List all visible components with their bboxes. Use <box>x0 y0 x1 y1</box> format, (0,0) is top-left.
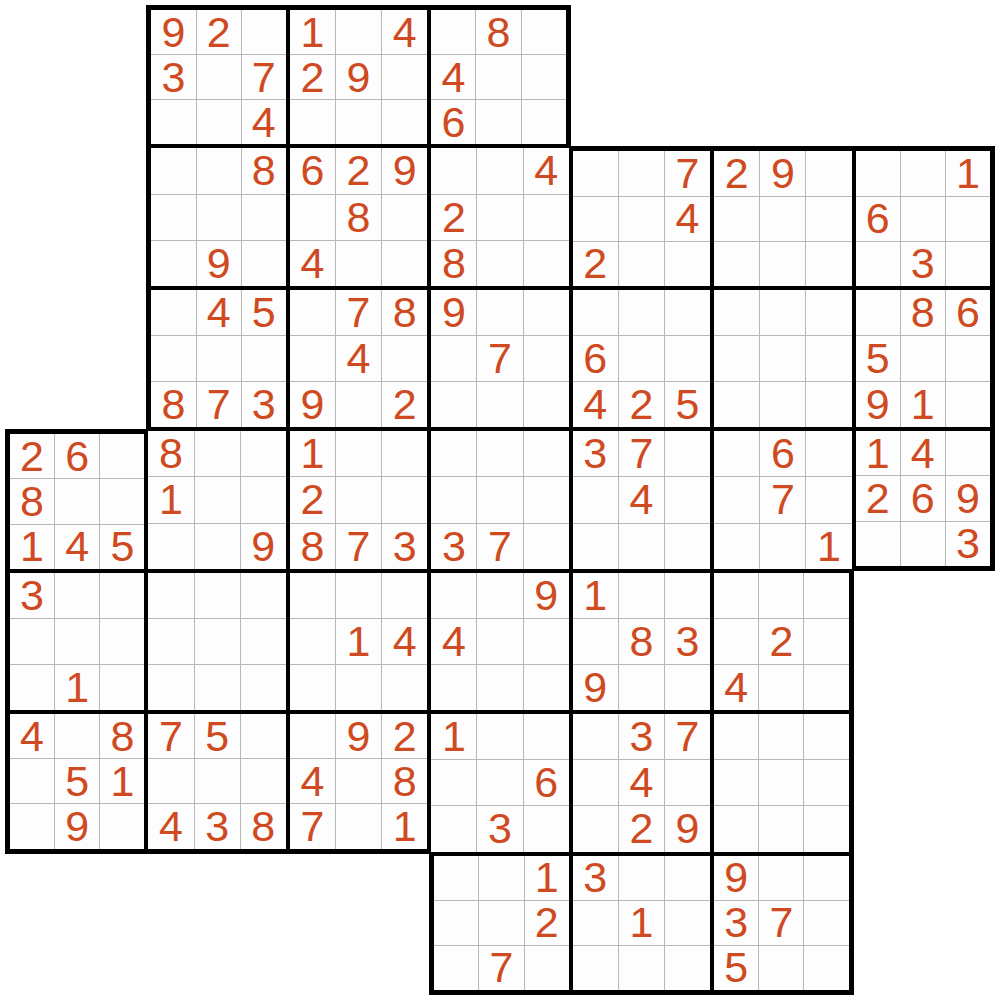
cell-r14c16[interactable] <box>759 665 803 710</box>
cell-r12c1[interactable] <box>55 573 99 618</box>
cell-r20c16[interactable] <box>759 946 803 990</box>
cell-r12c3[interactable] <box>148 573 193 618</box>
cell-r6c5[interactable]: 5 <box>242 290 286 335</box>
cell-r8c3[interactable]: 8 <box>151 382 195 427</box>
cell-r2c5[interactable]: 4 <box>242 100 286 144</box>
cell-r19c14[interactable] <box>665 901 710 945</box>
cell-r13c14[interactable]: 3 <box>665 619 710 664</box>
cell-r5c5[interactable] <box>242 241 286 286</box>
cell-r10c2[interactable] <box>100 479 144 523</box>
cell-r20c14[interactable] <box>665 946 710 990</box>
cell-r1c4[interactable] <box>197 55 241 99</box>
cell-r11c10[interactable]: 7 <box>477 524 522 569</box>
cell-r4c4[interactable] <box>197 195 241 240</box>
cell-r19c16[interactable]: 7 <box>759 901 803 945</box>
cell-r16c0[interactable] <box>10 759 54 803</box>
cell-r7c3[interactable] <box>151 336 195 381</box>
cell-r17c17[interactable] <box>804 806 848 851</box>
cell-r7c19[interactable] <box>901 336 945 381</box>
cell-r17c8[interactable]: 1 <box>382 804 427 848</box>
cell-r20c13[interactable] <box>619 946 664 990</box>
cell-r0c4[interactable]: 2 <box>197 10 241 54</box>
cell-r14c0[interactable] <box>10 665 54 710</box>
cell-r13c4[interactable] <box>195 619 240 664</box>
cell-r18c11[interactable]: 1 <box>525 856 569 900</box>
cell-r15c6[interactable] <box>290 714 335 758</box>
cell-r6c13[interactable] <box>619 290 664 335</box>
cell-r19c10[interactable] <box>479 901 523 945</box>
cell-r6c18[interactable] <box>856 290 900 335</box>
cell-r12c0[interactable]: 3 <box>10 573 54 618</box>
cell-r10c12[interactable] <box>573 477 618 522</box>
cell-r13c2[interactable] <box>100 619 144 664</box>
cell-r16c14[interactable] <box>665 760 710 805</box>
cell-r10c11[interactable] <box>524 477 569 522</box>
cell-r14c5[interactable] <box>241 665 286 710</box>
cell-r17c6[interactable]: 7 <box>290 804 335 848</box>
cell-r13c11[interactable] <box>524 619 569 664</box>
cell-r9c4[interactable] <box>195 431 240 476</box>
cell-r19c11[interactable]: 2 <box>525 901 569 945</box>
cell-r15c15[interactable] <box>714 714 758 759</box>
cell-r0c7[interactable] <box>336 10 381 54</box>
cell-r4c12[interactable] <box>573 197 618 241</box>
cell-r3c18[interactable] <box>856 151 900 195</box>
cell-r15c10[interactable] <box>477 714 522 759</box>
cell-r20c10[interactable]: 7 <box>479 946 523 990</box>
cell-r4c15[interactable] <box>714 197 759 241</box>
cell-r13c7[interactable]: 1 <box>336 619 381 664</box>
cell-r5c3[interactable] <box>151 241 195 286</box>
cell-r0c8[interactable]: 4 <box>382 10 427 54</box>
cell-r3c15[interactable]: 2 <box>714 151 759 195</box>
cell-r6c10[interactable] <box>477 290 522 335</box>
cell-r9c11[interactable] <box>524 431 569 476</box>
cell-r5c14[interactable] <box>665 242 710 286</box>
cell-r15c5[interactable] <box>241 714 286 758</box>
cell-r3c3[interactable] <box>151 148 195 193</box>
cell-r14c3[interactable] <box>148 665 193 710</box>
cell-r3c9[interactable] <box>431 148 476 193</box>
cell-r18c13[interactable] <box>619 856 664 900</box>
cell-r3c10[interactable] <box>477 148 522 193</box>
cell-r16c17[interactable] <box>804 760 848 805</box>
cell-r10c1[interactable] <box>55 479 99 523</box>
cell-r2c11[interactable] <box>522 100 566 144</box>
cell-r8c14[interactable]: 5 <box>665 382 710 427</box>
cell-r17c1[interactable]: 9 <box>55 804 99 848</box>
cell-r8c13[interactable]: 2 <box>619 382 664 427</box>
cell-r9c7[interactable] <box>336 431 381 476</box>
cell-r18c10[interactable] <box>479 856 523 900</box>
cell-r19c13[interactable]: 1 <box>619 901 664 945</box>
cell-r5c17[interactable] <box>806 242 851 286</box>
cell-r10c4[interactable] <box>195 477 240 522</box>
cell-r6c6[interactable] <box>290 290 335 335</box>
cell-r13c17[interactable] <box>804 619 848 664</box>
cell-r1c8[interactable] <box>382 55 427 99</box>
cell-r5c11[interactable] <box>524 241 569 286</box>
cell-r10c0[interactable]: 8 <box>10 479 54 523</box>
cell-r11c3[interactable] <box>148 524 193 569</box>
cell-r18c15[interactable]: 9 <box>714 856 758 900</box>
cell-r14c15[interactable]: 4 <box>714 665 758 710</box>
cell-r6c19[interactable]: 8 <box>901 290 945 335</box>
cell-r8c16[interactable] <box>760 382 805 427</box>
cell-r11c17[interactable]: 1 <box>806 524 851 569</box>
cell-r11c14[interactable] <box>665 524 710 569</box>
cell-r17c15[interactable] <box>714 806 758 851</box>
cell-r18c14[interactable] <box>665 856 710 900</box>
cell-r8c6[interactable]: 9 <box>290 382 335 427</box>
cell-r5c12[interactable]: 2 <box>573 242 618 286</box>
cell-r10c20[interactable]: 9 <box>946 476 990 520</box>
cell-r1c3[interactable]: 3 <box>151 55 195 99</box>
cell-r14c9[interactable] <box>431 665 476 710</box>
cell-r15c4[interactable]: 5 <box>195 714 240 758</box>
cell-r15c11[interactable] <box>524 714 569 759</box>
cell-r14c4[interactable] <box>195 665 240 710</box>
cell-r3c8[interactable]: 9 <box>382 148 427 193</box>
cell-r13c12[interactable] <box>573 619 618 664</box>
cell-r15c14[interactable]: 7 <box>665 714 710 759</box>
cell-r6c15[interactable] <box>714 290 759 335</box>
cell-r13c16[interactable]: 2 <box>759 619 803 664</box>
cell-r9c16[interactable]: 6 <box>760 431 805 476</box>
cell-r15c12[interactable] <box>573 714 618 759</box>
cell-r15c0[interactable]: 4 <box>10 714 54 758</box>
cell-r11c6[interactable]: 8 <box>290 524 335 569</box>
cell-r2c8[interactable] <box>382 100 427 144</box>
cell-r0c11[interactable] <box>522 10 566 54</box>
cell-r17c5[interactable]: 8 <box>241 804 286 848</box>
cell-r2c9[interactable]: 6 <box>431 100 475 144</box>
cell-r14c10[interactable] <box>477 665 522 710</box>
cell-r8c18[interactable]: 9 <box>856 382 900 427</box>
cell-r8c5[interactable]: 3 <box>242 382 286 427</box>
cell-r8c15[interactable] <box>714 382 759 427</box>
cell-r8c20[interactable] <box>946 382 990 427</box>
cell-r8c7[interactable] <box>336 382 381 427</box>
cell-r9c15[interactable] <box>714 431 759 476</box>
cell-r4c3[interactable] <box>151 195 195 240</box>
cell-r7c18[interactable]: 5 <box>856 336 900 381</box>
cell-r4c8[interactable] <box>382 195 427 240</box>
cell-r16c1[interactable]: 5 <box>55 759 99 803</box>
cell-r3c4[interactable] <box>197 148 241 193</box>
cell-r10c13[interactable]: 4 <box>619 477 664 522</box>
cell-r10c3[interactable]: 1 <box>148 477 193 522</box>
cell-r16c2[interactable]: 1 <box>100 759 144 803</box>
cell-r4c16[interactable] <box>760 197 805 241</box>
cell-r10c6[interactable]: 2 <box>290 477 335 522</box>
cell-r17c13[interactable]: 2 <box>619 806 664 851</box>
cell-r14c1[interactable]: 1 <box>55 665 99 710</box>
cell-r8c12[interactable]: 4 <box>573 382 618 427</box>
cell-r13c1[interactable] <box>55 619 99 664</box>
cell-r7c20[interactable] <box>946 336 990 381</box>
cell-r3c12[interactable] <box>573 151 618 195</box>
cell-r5c15[interactable] <box>714 242 759 286</box>
cell-r6c9[interactable]: 9 <box>431 290 476 335</box>
cell-r10c15[interactable] <box>714 477 759 522</box>
cell-r8c19[interactable]: 1 <box>901 382 945 427</box>
cell-r16c13[interactable]: 4 <box>619 760 664 805</box>
cell-r9c2[interactable] <box>100 434 144 478</box>
cell-r3c6[interactable]: 6 <box>290 148 335 193</box>
cell-r6c16[interactable] <box>760 290 805 335</box>
cell-r2c10[interactable] <box>476 100 520 144</box>
cell-r0c9[interactable] <box>431 10 475 54</box>
cell-r7c14[interactable] <box>665 336 710 381</box>
cell-r5c7[interactable] <box>336 241 381 286</box>
cell-r17c0[interactable] <box>10 804 54 848</box>
cell-r0c6[interactable]: 1 <box>290 10 335 54</box>
cell-r1c10[interactable] <box>476 55 520 99</box>
cell-r6c3[interactable] <box>151 290 195 335</box>
cell-r16c8[interactable]: 8 <box>382 759 427 803</box>
cell-r3c13[interactable] <box>619 151 664 195</box>
cell-r9c8[interactable] <box>382 431 427 476</box>
cell-r18c17[interactable] <box>804 856 848 900</box>
cell-r11c8[interactable]: 3 <box>382 524 427 569</box>
cell-r6c11[interactable] <box>524 290 569 335</box>
cell-r12c12[interactable]: 1 <box>573 573 618 618</box>
cell-r3c7[interactable]: 2 <box>336 148 381 193</box>
cell-r3c20[interactable]: 1 <box>946 151 990 195</box>
cell-r3c5[interactable]: 8 <box>242 148 286 193</box>
cell-r4c19[interactable] <box>901 197 945 241</box>
cell-r15c17[interactable] <box>804 714 848 759</box>
cell-r15c13[interactable]: 3 <box>619 714 664 759</box>
cell-r4c17[interactable] <box>806 197 851 241</box>
cell-r7c7[interactable]: 4 <box>336 336 381 381</box>
cell-r14c2[interactable] <box>100 665 144 710</box>
cell-r14c6[interactable] <box>290 665 335 710</box>
cell-r8c17[interactable] <box>806 382 851 427</box>
cell-r9c5[interactable] <box>241 431 286 476</box>
cell-r14c7[interactable] <box>336 665 381 710</box>
cell-r19c12[interactable] <box>573 901 618 945</box>
cell-r3c17[interactable] <box>806 151 851 195</box>
cell-r8c9[interactable] <box>431 382 476 427</box>
cell-r20c15[interactable]: 5 <box>714 946 758 990</box>
cell-r3c16[interactable]: 9 <box>760 151 805 195</box>
cell-r7c10[interactable]: 7 <box>477 336 522 381</box>
cell-r6c12[interactable] <box>573 290 618 335</box>
cell-r11c5[interactable]: 9 <box>241 524 286 569</box>
cell-r16c9[interactable] <box>431 760 476 805</box>
cell-r0c3[interactable]: 9 <box>151 10 195 54</box>
cell-r1c7[interactable]: 9 <box>336 55 381 99</box>
cell-r12c8[interactable] <box>382 573 427 618</box>
cell-r14c17[interactable] <box>804 665 848 710</box>
cell-r10c5[interactable] <box>241 477 286 522</box>
cell-r9c19[interactable]: 4 <box>901 431 945 475</box>
cell-r15c3[interactable]: 7 <box>148 714 193 758</box>
cell-r7c13[interactable] <box>619 336 664 381</box>
cell-r17c14[interactable]: 9 <box>665 806 710 851</box>
cell-r17c10[interactable]: 3 <box>477 806 522 851</box>
cell-r19c15[interactable]: 3 <box>714 901 758 945</box>
cell-r5c9[interactable]: 8 <box>431 241 476 286</box>
cell-r2c3[interactable] <box>151 100 195 144</box>
cell-r15c7[interactable]: 9 <box>336 714 381 758</box>
cell-r14c14[interactable] <box>665 665 710 710</box>
cell-r12c17[interactable] <box>804 573 848 618</box>
cell-r5c6[interactable]: 4 <box>290 241 335 286</box>
cell-r4c7[interactable]: 8 <box>336 195 381 240</box>
cell-r12c14[interactable] <box>665 573 710 618</box>
cell-r13c13[interactable]: 8 <box>619 619 664 664</box>
cell-r9c14[interactable] <box>665 431 710 476</box>
cell-r16c11[interactable]: 6 <box>524 760 569 805</box>
cell-r16c3[interactable] <box>148 759 193 803</box>
cell-r7c9[interactable] <box>431 336 476 381</box>
cell-r10c18[interactable]: 2 <box>856 476 900 520</box>
cell-r16c16[interactable] <box>759 760 803 805</box>
cell-r10c8[interactable] <box>382 477 427 522</box>
cell-r11c13[interactable] <box>619 524 664 569</box>
cell-r12c10[interactable] <box>477 573 522 618</box>
cell-r9c10[interactable] <box>477 431 522 476</box>
cell-r5c13[interactable] <box>619 242 664 286</box>
cell-r6c4[interactable]: 4 <box>197 290 241 335</box>
cell-r9c13[interactable]: 7 <box>619 431 664 476</box>
cell-r16c4[interactable] <box>195 759 240 803</box>
cell-r9c12[interactable]: 3 <box>573 431 618 476</box>
cell-r2c7[interactable] <box>336 100 381 144</box>
cell-r18c12[interactable]: 3 <box>573 856 618 900</box>
cell-r10c14[interactable] <box>665 477 710 522</box>
cell-r7c12[interactable]: 6 <box>573 336 618 381</box>
cell-r11c15[interactable] <box>714 524 759 569</box>
cell-r10c17[interactable] <box>806 477 851 522</box>
cell-r7c4[interactable] <box>197 336 241 381</box>
cell-r5c8[interactable] <box>382 241 427 286</box>
cell-r3c19[interactable] <box>901 151 945 195</box>
cell-r12c11[interactable]: 9 <box>524 573 569 618</box>
cell-r19c17[interactable] <box>804 901 848 945</box>
cell-r13c0[interactable] <box>10 619 54 664</box>
cell-r7c15[interactable] <box>714 336 759 381</box>
cell-r13c10[interactable] <box>477 619 522 664</box>
cell-r9c17[interactable] <box>806 431 851 476</box>
cell-r4c10[interactable] <box>477 195 522 240</box>
cell-r9c20[interactable] <box>946 431 990 475</box>
cell-r17c4[interactable]: 3 <box>195 804 240 848</box>
cell-r9c9[interactable] <box>431 431 476 476</box>
cell-r3c14[interactable]: 7 <box>665 151 710 195</box>
cell-r6c17[interactable] <box>806 290 851 335</box>
cell-r6c8[interactable]: 8 <box>382 290 427 335</box>
cell-r5c10[interactable] <box>477 241 522 286</box>
cell-r11c11[interactable] <box>524 524 569 569</box>
cell-r15c8[interactable]: 2 <box>382 714 427 758</box>
cell-r10c19[interactable]: 6 <box>901 476 945 520</box>
cell-r7c6[interactable] <box>290 336 335 381</box>
cell-r13c5[interactable] <box>241 619 286 664</box>
cell-r4c9[interactable]: 2 <box>431 195 476 240</box>
cell-r17c7[interactable] <box>336 804 381 848</box>
cell-r13c8[interactable]: 4 <box>382 619 427 664</box>
cell-r14c13[interactable] <box>619 665 664 710</box>
cell-r12c6[interactable] <box>290 573 335 618</box>
cell-r20c11[interactable] <box>525 946 569 990</box>
cell-r12c5[interactable] <box>241 573 286 618</box>
cell-r8c4[interactable]: 7 <box>197 382 241 427</box>
cell-r7c16[interactable] <box>760 336 805 381</box>
cell-r7c17[interactable] <box>806 336 851 381</box>
cell-r11c12[interactable] <box>573 524 618 569</box>
cell-r11c1[interactable]: 4 <box>55 525 99 569</box>
cell-r4c20[interactable] <box>946 197 990 241</box>
cell-r5c18[interactable] <box>856 242 900 286</box>
cell-r16c10[interactable] <box>477 760 522 805</box>
cell-r4c13[interactable] <box>619 197 664 241</box>
cell-r16c7[interactable] <box>336 759 381 803</box>
cell-r13c9[interactable]: 4 <box>431 619 476 664</box>
cell-r17c11[interactable] <box>524 806 569 851</box>
cell-r11c19[interactable] <box>901 522 945 566</box>
cell-r11c7[interactable]: 7 <box>336 524 381 569</box>
cell-r14c11[interactable] <box>524 665 569 710</box>
cell-r18c9[interactable] <box>434 856 478 900</box>
cell-r7c8[interactable] <box>382 336 427 381</box>
cell-r8c10[interactable] <box>477 382 522 427</box>
cell-r18c16[interactable] <box>759 856 803 900</box>
cell-r17c16[interactable] <box>759 806 803 851</box>
cell-r1c6[interactable]: 2 <box>290 55 335 99</box>
cell-r12c15[interactable] <box>714 573 758 618</box>
cell-r9c0[interactable]: 2 <box>10 434 54 478</box>
cell-r4c11[interactable] <box>524 195 569 240</box>
cell-r15c1[interactable] <box>55 714 99 758</box>
cell-r11c0[interactable]: 1 <box>10 525 54 569</box>
cell-r6c14[interactable] <box>665 290 710 335</box>
cell-r11c2[interactable]: 5 <box>100 525 144 569</box>
cell-r14c8[interactable] <box>382 665 427 710</box>
cell-r5c4[interactable]: 9 <box>197 241 241 286</box>
cell-r12c7[interactable] <box>336 573 381 618</box>
cell-r9c6[interactable]: 1 <box>290 431 335 476</box>
cell-r2c6[interactable] <box>290 100 335 144</box>
cell-r19c9[interactable] <box>434 901 478 945</box>
cell-r8c8[interactable]: 2 <box>382 382 427 427</box>
cell-r11c16[interactable] <box>760 524 805 569</box>
cell-r15c16[interactable] <box>759 714 803 759</box>
cell-r6c7[interactable]: 7 <box>336 290 381 335</box>
cell-r12c9[interactable] <box>431 573 476 618</box>
cell-r1c11[interactable] <box>522 55 566 99</box>
cell-r10c9[interactable] <box>431 477 476 522</box>
cell-r14c12[interactable]: 9 <box>573 665 618 710</box>
cell-r0c10[interactable]: 8 <box>476 10 520 54</box>
cell-r11c18[interactable] <box>856 522 900 566</box>
cell-r7c11[interactable] <box>524 336 569 381</box>
cell-r1c9[interactable]: 4 <box>431 55 475 99</box>
cell-r12c16[interactable] <box>759 573 803 618</box>
cell-r5c20[interactable] <box>946 242 990 286</box>
cell-r0c5[interactable] <box>242 10 286 54</box>
cell-r7c5[interactable] <box>242 336 286 381</box>
cell-r10c7[interactable] <box>336 477 381 522</box>
cell-r16c5[interactable] <box>241 759 286 803</box>
cell-r20c12[interactable] <box>573 946 618 990</box>
cell-r11c20[interactable]: 3 <box>946 522 990 566</box>
cell-r10c10[interactable] <box>477 477 522 522</box>
cell-r13c15[interactable] <box>714 619 758 664</box>
